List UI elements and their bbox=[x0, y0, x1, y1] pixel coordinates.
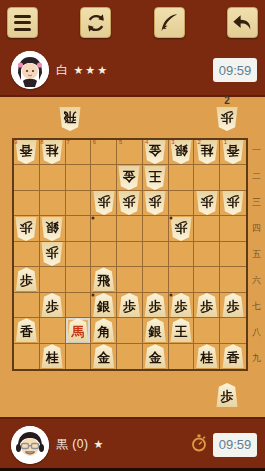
piece-glyph: 歩 bbox=[20, 272, 33, 291]
piece-glyph: 香 bbox=[20, 323, 33, 342]
board-cell[interactable] bbox=[91, 216, 117, 241]
piece-glyph: 歩 bbox=[200, 298, 213, 317]
board-cell[interactable]: 桂 bbox=[194, 140, 220, 165]
piece-glyph: 銀 bbox=[97, 298, 110, 317]
toolbar bbox=[0, 0, 265, 45]
board-cell[interactable] bbox=[117, 267, 143, 292]
board-cell[interactable]: 金 bbox=[91, 344, 117, 369]
board-cell[interactable] bbox=[117, 216, 143, 241]
shogi-piece[interactable]: 金 bbox=[144, 344, 166, 368]
piece-glyph: 歩 bbox=[175, 298, 188, 317]
piece-glyph: 歩 bbox=[97, 191, 110, 210]
board-cell[interactable]: 歩 bbox=[14, 216, 40, 241]
shogi-piece[interactable]: 歩 bbox=[196, 191, 218, 215]
board-cell[interactable] bbox=[220, 216, 246, 241]
piece-glyph: 歩 bbox=[123, 191, 136, 210]
board-cell[interactable] bbox=[194, 242, 220, 267]
player-bar-white: 白 ★★★ 09:59 bbox=[0, 45, 265, 97]
piece-glyph: 歩 bbox=[46, 298, 59, 317]
board-cell[interactable]: 香 bbox=[220, 344, 246, 369]
piece-glyph: 歩 bbox=[149, 298, 162, 317]
board-cell[interactable] bbox=[40, 318, 66, 343]
white-player-stars: ★★★ bbox=[74, 64, 110, 77]
piece-glyph: 飛 bbox=[97, 272, 110, 291]
board-cell[interactable]: 銀 bbox=[169, 140, 195, 165]
rank-label: 一 bbox=[249, 138, 264, 164]
feather-icon bbox=[158, 12, 180, 34]
board-cell[interactable] bbox=[40, 165, 66, 190]
shogi-piece[interactable]: 桂 bbox=[196, 140, 218, 164]
shogi-piece[interactable]: 王 bbox=[170, 318, 192, 342]
board-cell[interactable] bbox=[143, 242, 169, 267]
piece-glyph: 桂 bbox=[200, 140, 213, 159]
rank-label: 七 bbox=[249, 293, 264, 319]
board-cell[interactable]: 飛 bbox=[91, 267, 117, 292]
piece-glyph: 金 bbox=[123, 166, 136, 185]
piece-glyph: 銀 bbox=[175, 140, 188, 159]
piece-glyph: 銀 bbox=[46, 217, 59, 236]
piece-glyph: 銀 bbox=[149, 323, 162, 342]
rotate-board-button[interactable] bbox=[80, 7, 111, 38]
rank-label: 五 bbox=[249, 242, 264, 268]
shogi-piece[interactable]: 歩 bbox=[41, 242, 63, 266]
refresh-icon bbox=[85, 12, 107, 34]
board-cell[interactable] bbox=[220, 165, 246, 190]
board-cell[interactable] bbox=[14, 165, 40, 190]
hand-piece[interactable]: 歩 bbox=[216, 383, 238, 407]
white-timer: 09:59 bbox=[213, 58, 257, 82]
board-cell[interactable]: 歩 bbox=[14, 267, 40, 292]
board-cell[interactable] bbox=[194, 318, 220, 343]
board-cell[interactable]: 王 bbox=[169, 318, 195, 343]
shogi-piece[interactable]: 歩 bbox=[216, 383, 238, 407]
hoshi-dot bbox=[91, 294, 94, 297]
board-cell[interactable] bbox=[66, 267, 92, 292]
piece-glyph: 馬 bbox=[71, 323, 84, 342]
board-cell[interactable] bbox=[117, 318, 143, 343]
shogi-piece[interactable]: 香 bbox=[222, 140, 244, 164]
shogi-piece[interactable]: 金 bbox=[118, 166, 140, 190]
white-hand-tray: 飛2歩 bbox=[0, 107, 265, 141]
piece-glyph: 王 bbox=[175, 323, 188, 342]
board-cell[interactable]: 歩 bbox=[91, 191, 117, 216]
piece-glyph: 歩 bbox=[175, 217, 188, 236]
board-cell[interactable] bbox=[169, 267, 195, 292]
piece-glyph: 歩 bbox=[123, 298, 136, 317]
hoshi-dot bbox=[91, 216, 94, 219]
shogi-piece[interactable]: 桂 bbox=[41, 344, 63, 368]
board-cell[interactable]: 銀 bbox=[143, 318, 169, 343]
board-cell[interactable]: 歩 bbox=[194, 191, 220, 216]
board-cell[interactable]: 香 bbox=[220, 140, 246, 165]
stopwatch-icon bbox=[191, 434, 207, 456]
player-bar-black: 黒 (0) ★ 09:59 bbox=[0, 417, 265, 470]
board-cell[interactable]: 桂 bbox=[194, 344, 220, 369]
board-cell[interactable]: 王 bbox=[143, 165, 169, 190]
piece-glyph: 金 bbox=[97, 349, 110, 368]
undo-button[interactable] bbox=[227, 7, 258, 38]
board-cell[interactable] bbox=[66, 140, 92, 165]
board-cell[interactable] bbox=[194, 267, 220, 292]
board-cell[interactable]: 金 bbox=[117, 165, 143, 190]
board-cell[interactable]: 歩 bbox=[40, 293, 66, 318]
board-cell[interactable] bbox=[169, 191, 195, 216]
shogi-app: 白 ★★★ 09:59 飛2歩 香桂金銀桂香金王歩歩歩歩歩歩銀歩歩歩飛歩銀歩歩歩… bbox=[0, 0, 265, 471]
board-cell[interactable] bbox=[66, 344, 92, 369]
board-cell[interactable]: 歩 bbox=[40, 242, 66, 267]
shogi-piece[interactable]: 歩 bbox=[118, 293, 140, 317]
game-record-button[interactable] bbox=[154, 7, 185, 38]
rank-label: 六 bbox=[249, 267, 264, 293]
rank-label: 八 bbox=[249, 319, 264, 345]
board-cell[interactable] bbox=[66, 165, 92, 190]
shogi-piece[interactable]: 桂 bbox=[196, 344, 218, 368]
piece-glyph: 歩 bbox=[46, 242, 59, 261]
board-cell[interactable]: 歩 bbox=[169, 293, 195, 318]
piece-glyph: 金 bbox=[149, 140, 162, 159]
undo-arrow-icon bbox=[231, 12, 253, 34]
play-area: 飛2歩 香桂金銀桂香金王歩歩歩歩歩歩銀歩歩歩飛歩銀歩歩歩歩歩香馬角銀王桂金金桂香… bbox=[0, 97, 265, 417]
piece-glyph: 歩 bbox=[227, 298, 240, 317]
hand-piece[interactable]: 2歩 bbox=[216, 107, 238, 131]
hand-piece[interactable]: 飛 bbox=[59, 107, 81, 131]
shogi-piece[interactable]: 歩 bbox=[144, 293, 166, 317]
shogi-piece[interactable]: 歩 bbox=[216, 107, 238, 131]
board-cell[interactable] bbox=[117, 344, 143, 369]
shogi-piece[interactable]: 香 bbox=[15, 318, 37, 342]
black-hand-tray: 歩 bbox=[0, 383, 265, 417]
board-cell[interactable]: 歩 bbox=[220, 293, 246, 318]
piece-glyph: 歩 bbox=[20, 217, 33, 236]
piece-glyph: 桂 bbox=[200, 349, 213, 368]
board-cell[interactable] bbox=[169, 165, 195, 190]
board-cell[interactable] bbox=[91, 242, 117, 267]
board-cell[interactable] bbox=[14, 191, 40, 216]
shogi-piece[interactable]: 馬 bbox=[67, 318, 89, 342]
board-cell[interactable] bbox=[66, 191, 92, 216]
board-cell[interactable]: 金 bbox=[143, 140, 169, 165]
piece-glyph: 桂 bbox=[46, 140, 59, 159]
piece-glyph: 飛 bbox=[64, 107, 77, 126]
shogi-piece[interactable]: 飛 bbox=[93, 267, 115, 291]
piece-glyph: 王 bbox=[149, 166, 162, 185]
shogi-piece[interactable]: 香 bbox=[15, 140, 37, 164]
board-cell[interactable]: 銀 bbox=[40, 216, 66, 241]
hamburger-icon bbox=[14, 15, 31, 31]
black-player-name: 黒 (0) bbox=[56, 436, 89, 453]
shogi-piece[interactable]: 角 bbox=[93, 318, 115, 342]
shogi-piece[interactable]: 歩 bbox=[41, 293, 63, 317]
piece-glyph: 歩 bbox=[149, 191, 162, 210]
board-cell[interactable]: 角 bbox=[91, 318, 117, 343]
board-cell[interactable] bbox=[91, 165, 117, 190]
board-cell[interactable]: 銀 bbox=[91, 293, 117, 318]
board-cell[interactable]: 馬 bbox=[66, 318, 92, 343]
board-cell[interactable]: 桂 bbox=[40, 344, 66, 369]
board-cell[interactable]: 桂 bbox=[40, 140, 66, 165]
shogi-piece[interactable]: 銀 bbox=[170, 140, 192, 164]
board-grid: 香桂金銀桂香金王歩歩歩歩歩歩銀歩歩歩飛歩銀歩歩歩歩歩香馬角銀王桂金金桂香 bbox=[14, 140, 246, 369]
board-cell[interactable] bbox=[14, 293, 40, 318]
board-cell[interactable] bbox=[91, 140, 117, 165]
board-cell[interactable] bbox=[194, 165, 220, 190]
hoshi-dot bbox=[170, 294, 173, 297]
board-cell[interactable]: 歩 bbox=[143, 293, 169, 318]
shogi-board: 香桂金銀桂香金王歩歩歩歩歩歩銀歩歩歩飛歩銀歩歩歩歩歩香馬角銀王桂金金桂香 bbox=[12, 138, 248, 371]
piece-glyph: 歩 bbox=[221, 107, 234, 126]
board-cell[interactable] bbox=[66, 293, 92, 318]
rank-labels: 一二三四五六七八九 bbox=[249, 138, 264, 371]
menu-button[interactable] bbox=[7, 7, 38, 38]
shogi-piece[interactable]: 金 bbox=[144, 140, 166, 164]
shogi-piece[interactable]: 歩 bbox=[196, 293, 218, 317]
piece-glyph: 歩 bbox=[200, 191, 213, 210]
board-cell[interactable]: 香 bbox=[14, 318, 40, 343]
board-cell[interactable] bbox=[40, 267, 66, 292]
rank-label: 九 bbox=[249, 345, 264, 371]
shogi-piece[interactable]: 歩 bbox=[15, 217, 37, 241]
black-player-stars: ★ bbox=[94, 438, 106, 451]
board-cell[interactable]: 歩 bbox=[220, 191, 246, 216]
shogi-piece[interactable]: 歩 bbox=[144, 191, 166, 215]
shogi-piece[interactable]: 歩 bbox=[118, 191, 140, 215]
shogi-piece[interactable]: 歩 bbox=[222, 191, 244, 215]
piece-glyph: 歩 bbox=[221, 388, 234, 407]
rank-label: 三 bbox=[249, 190, 264, 216]
board-cell[interactable]: 歩 bbox=[194, 293, 220, 318]
rank-label: 四 bbox=[249, 216, 264, 242]
board-cell[interactable] bbox=[117, 242, 143, 267]
board-cell[interactable]: 歩 bbox=[169, 216, 195, 241]
board-cell[interactable]: 香 bbox=[14, 140, 40, 165]
board-cell[interactable] bbox=[220, 242, 246, 267]
board-cell[interactable]: 歩 bbox=[143, 191, 169, 216]
piece-glyph: 桂 bbox=[46, 349, 59, 368]
piece-glyph: 金 bbox=[149, 349, 162, 368]
piece-glyph: 角 bbox=[97, 323, 110, 342]
board-cell[interactable] bbox=[14, 344, 40, 369]
shogi-piece[interactable]: 歩 bbox=[93, 191, 115, 215]
board-cell[interactable]: 歩 bbox=[117, 293, 143, 318]
shogi-piece[interactable]: 歩 bbox=[222, 293, 244, 317]
shogi-piece[interactable]: 銀 bbox=[144, 318, 166, 342]
black-timer: 09:59 bbox=[213, 433, 257, 457]
shogi-piece[interactable]: 歩 bbox=[15, 267, 37, 291]
rank-label: 二 bbox=[249, 164, 264, 190]
shogi-piece[interactable]: 王 bbox=[144, 166, 166, 190]
shogi-piece[interactable]: 金 bbox=[93, 344, 115, 368]
black-player-avatar bbox=[11, 426, 49, 464]
shogi-piece[interactable]: 歩 bbox=[170, 293, 192, 317]
board-cell[interactable]: 歩 bbox=[117, 191, 143, 216]
board-cell[interactable] bbox=[66, 242, 92, 267]
board-cell[interactable] bbox=[143, 216, 169, 241]
board-cell[interactable] bbox=[220, 318, 246, 343]
shogi-piece[interactable]: 飛 bbox=[59, 107, 81, 131]
shogi-piece[interactable]: 歩 bbox=[170, 217, 192, 241]
board-cell[interactable] bbox=[117, 140, 143, 165]
white-player-name: 白 bbox=[56, 62, 69, 79]
piece-glyph: 歩 bbox=[227, 191, 240, 210]
hoshi-dot bbox=[170, 216, 173, 219]
board-cell[interactable] bbox=[169, 242, 195, 267]
piece-glyph: 香 bbox=[227, 140, 240, 159]
board-cell[interactable] bbox=[194, 216, 220, 241]
board-cell[interactable] bbox=[220, 267, 246, 292]
board-cell[interactable] bbox=[14, 242, 40, 267]
shogi-piece[interactable]: 桂 bbox=[41, 140, 63, 164]
shogi-piece[interactable]: 銀 bbox=[93, 293, 115, 317]
shogi-piece[interactable]: 銀 bbox=[41, 217, 63, 241]
shogi-piece[interactable]: 香 bbox=[222, 344, 244, 368]
board-cell[interactable] bbox=[143, 267, 169, 292]
hand-piece-count: 2 bbox=[216, 95, 238, 106]
board-cell[interactable] bbox=[169, 344, 195, 369]
piece-glyph: 香 bbox=[227, 349, 240, 368]
board-cell[interactable] bbox=[40, 191, 66, 216]
board-cell[interactable]: 金 bbox=[143, 344, 169, 369]
white-player-avatar bbox=[11, 51, 49, 89]
board-cell[interactable] bbox=[66, 216, 92, 241]
piece-glyph: 香 bbox=[20, 140, 33, 159]
